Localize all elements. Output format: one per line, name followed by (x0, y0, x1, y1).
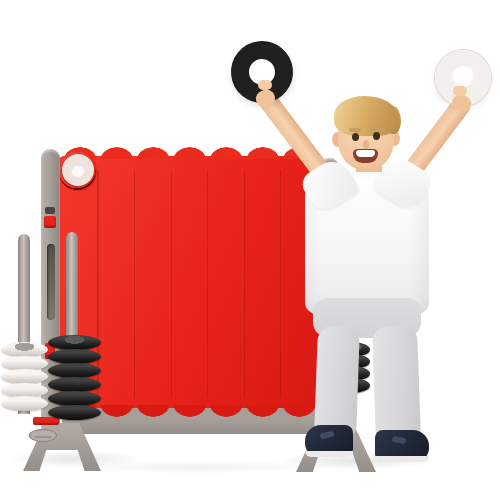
storage-pole-right (66, 232, 78, 344)
black-stack-ring (48, 377, 101, 392)
floor-shadow (70, 460, 320, 474)
boy-left-sneaker (305, 425, 353, 457)
brand-label-text: costway (35, 433, 52, 438)
black-stack-ring (48, 363, 101, 378)
white-ring-piece (62, 154, 94, 186)
boy-eye (352, 133, 359, 141)
boy-left-leg (314, 325, 360, 438)
post-vent-slot (45, 207, 55, 214)
boy-right-sneaker (375, 430, 429, 462)
black-stack-ring (48, 405, 101, 420)
product-photo-scene: costway (0, 0, 500, 500)
boy-hair (334, 96, 398, 136)
black-stack-ring (48, 335, 101, 350)
boy-fingers (453, 86, 467, 96)
white-stack-ring (1, 369, 48, 384)
boy-fingers (258, 80, 272, 90)
boy-right-leg (372, 325, 421, 442)
white-ring-stack (1, 342, 48, 412)
boy-eye (373, 132, 380, 140)
brand-label: costway (29, 429, 57, 442)
boy-nose (363, 140, 369, 149)
white-stack-ring (1, 342, 48, 357)
black-stack-ring (48, 391, 101, 406)
white-stack-ring (1, 396, 48, 411)
post-handle-slot (47, 244, 55, 320)
boy-teeth (356, 150, 375, 157)
black-stack-ring (48, 349, 101, 364)
red-latch-icon (44, 216, 56, 228)
black-ring-stack (48, 335, 101, 421)
